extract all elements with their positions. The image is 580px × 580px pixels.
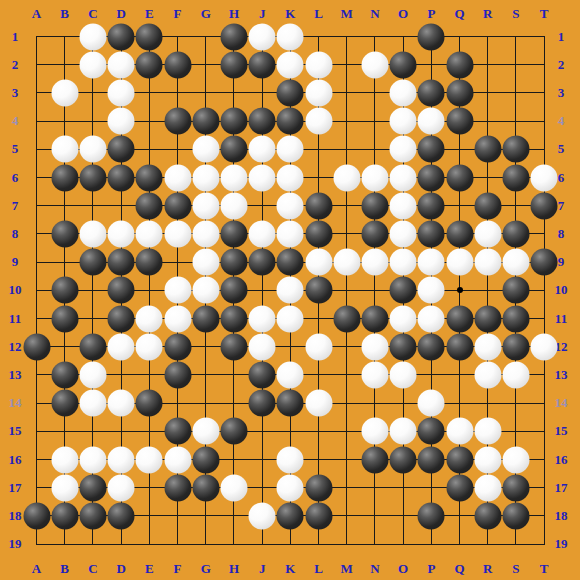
coord-label-top: M	[341, 6, 353, 22]
stone-black-h10[interactable]	[220, 277, 247, 304]
stone-black-d11[interactable]	[108, 305, 135, 332]
coord-label-bottom: S	[512, 561, 519, 577]
stone-black-b11[interactable]	[51, 305, 78, 332]
coord-label-left: 12	[9, 339, 22, 355]
stone-white-d14[interactable]	[108, 390, 135, 417]
stone-white-d4[interactable]	[108, 108, 135, 135]
stone-black-s17[interactable]	[502, 474, 529, 501]
stone-black-n11[interactable]	[361, 305, 388, 332]
coord-label-right: 5	[558, 141, 565, 157]
stone-white-h6[interactable]	[220, 164, 247, 191]
stone-black-e2[interactable]	[136, 51, 163, 78]
stone-white-o8[interactable]	[390, 220, 417, 247]
stone-black-h12[interactable]	[220, 333, 247, 360]
stone-black-a18[interactable]	[23, 502, 50, 529]
stone-black-q12[interactable]	[446, 333, 473, 360]
stone-white-l4[interactable]	[305, 108, 332, 135]
coord-label-right: 18	[555, 508, 568, 524]
stone-white-n13[interactable]	[361, 361, 388, 388]
stone-black-k14[interactable]	[277, 390, 304, 417]
stone-white-g5[interactable]	[192, 136, 219, 163]
stone-black-p5[interactable]	[418, 136, 445, 163]
stone-white-n9[interactable]	[361, 249, 388, 276]
stone-black-e14[interactable]	[136, 390, 163, 417]
stone-white-j11[interactable]	[249, 305, 276, 332]
coord-label-bottom: R	[483, 561, 492, 577]
coord-label-right: 4	[558, 113, 565, 129]
coord-label-bottom: P	[427, 561, 435, 577]
stone-black-r11[interactable]	[474, 305, 501, 332]
stone-black-c18[interactable]	[79, 502, 106, 529]
coord-label-left: 15	[9, 423, 22, 439]
stone-white-n12[interactable]	[361, 333, 388, 360]
coord-label-right: 9	[558, 254, 565, 270]
stone-white-o13[interactable]	[390, 361, 417, 388]
stone-black-f7[interactable]	[164, 192, 191, 219]
stone-black-f4[interactable]	[164, 108, 191, 135]
stone-white-r12[interactable]	[474, 333, 501, 360]
coord-label-bottom: H	[229, 561, 239, 577]
stone-white-p4[interactable]	[418, 108, 445, 135]
stone-black-b10[interactable]	[51, 277, 78, 304]
stone-black-d18[interactable]	[108, 502, 135, 529]
stone-white-e11[interactable]	[136, 305, 163, 332]
stone-black-n7[interactable]	[361, 192, 388, 219]
coord-label-left: 3	[12, 85, 19, 101]
stone-white-r13[interactable]	[474, 361, 501, 388]
stone-white-k8[interactable]	[277, 220, 304, 247]
stone-white-k10[interactable]	[277, 277, 304, 304]
stone-black-o2[interactable]	[390, 51, 417, 78]
coord-label-top: F	[174, 6, 182, 22]
stone-black-s6[interactable]	[502, 164, 529, 191]
coord-label-top: G	[201, 6, 211, 22]
stone-white-c8[interactable]	[79, 220, 106, 247]
stone-black-o10[interactable]	[390, 277, 417, 304]
stone-black-s11[interactable]	[502, 305, 529, 332]
coord-label-top: P	[427, 6, 435, 22]
stone-black-l17[interactable]	[305, 474, 332, 501]
stone-white-f16[interactable]	[164, 446, 191, 473]
coord-label-top: K	[285, 6, 295, 22]
stone-black-p16[interactable]	[418, 446, 445, 473]
stone-black-h2[interactable]	[220, 51, 247, 78]
stone-black-o16[interactable]	[390, 446, 417, 473]
coord-label-left: 19	[9, 536, 22, 552]
coord-label-bottom: E	[145, 561, 154, 577]
stone-white-g6[interactable]	[192, 164, 219, 191]
stone-black-q3[interactable]	[446, 79, 473, 106]
stone-black-h8[interactable]	[220, 220, 247, 247]
stone-white-m6[interactable]	[333, 164, 360, 191]
coord-label-top: D	[116, 6, 125, 22]
stone-white-g7[interactable]	[192, 192, 219, 219]
stone-white-k13[interactable]	[277, 361, 304, 388]
coord-label-left: 13	[9, 367, 22, 383]
stone-white-l2[interactable]	[305, 51, 332, 78]
stone-black-h4[interactable]	[220, 108, 247, 135]
stone-black-j14[interactable]	[249, 390, 276, 417]
stone-white-c5[interactable]	[79, 136, 106, 163]
stone-white-k5[interactable]	[277, 136, 304, 163]
stone-white-t12[interactable]	[531, 333, 558, 360]
stone-black-e9[interactable]	[136, 249, 163, 276]
stone-white-p11[interactable]	[418, 305, 445, 332]
stone-white-f10[interactable]	[164, 277, 191, 304]
stone-white-h7[interactable]	[220, 192, 247, 219]
stone-black-t7[interactable]	[531, 192, 558, 219]
stone-white-j18[interactable]	[249, 502, 276, 529]
stone-white-q15[interactable]	[446, 418, 473, 445]
coord-label-top: N	[370, 6, 379, 22]
stone-black-b13[interactable]	[51, 361, 78, 388]
stone-black-q8[interactable]	[446, 220, 473, 247]
stone-black-a12[interactable]	[23, 333, 50, 360]
stone-white-t6[interactable]	[531, 164, 558, 191]
coord-label-left: 6	[12, 170, 19, 186]
stone-white-b17[interactable]	[51, 474, 78, 501]
stone-white-o5[interactable]	[390, 136, 417, 163]
stone-white-k6[interactable]	[277, 164, 304, 191]
stone-black-g4[interactable]	[192, 108, 219, 135]
stone-black-c12[interactable]	[79, 333, 106, 360]
stone-black-l8[interactable]	[305, 220, 332, 247]
stone-white-o4[interactable]	[390, 108, 417, 135]
stone-white-p10[interactable]	[418, 277, 445, 304]
coord-label-right: 6	[558, 170, 565, 186]
coord-label-top: R	[483, 6, 492, 22]
coord-label-bottom: J	[259, 561, 266, 577]
stone-black-h15[interactable]	[220, 418, 247, 445]
stone-black-j4[interactable]	[249, 108, 276, 135]
stone-white-o11[interactable]	[390, 305, 417, 332]
stone-black-p1[interactable]	[418, 23, 445, 50]
stone-black-q4[interactable]	[446, 108, 473, 135]
stone-white-j6[interactable]	[249, 164, 276, 191]
stone-white-d17[interactable]	[108, 474, 135, 501]
stone-white-c13[interactable]	[79, 361, 106, 388]
stone-white-g15[interactable]	[192, 418, 219, 445]
stone-black-o12[interactable]	[390, 333, 417, 360]
coord-label-left: 9	[12, 254, 19, 270]
stone-white-k11[interactable]	[277, 305, 304, 332]
stone-black-d5[interactable]	[108, 136, 135, 163]
stone-black-h11[interactable]	[220, 305, 247, 332]
coord-label-bottom: C	[88, 561, 97, 577]
stone-white-p9[interactable]	[418, 249, 445, 276]
stone-black-d9[interactable]	[108, 249, 135, 276]
coord-label-top: S	[512, 6, 519, 22]
coord-label-top: J	[259, 6, 266, 22]
stone-white-n6[interactable]	[361, 164, 388, 191]
stone-white-k1[interactable]	[277, 23, 304, 50]
stone-white-g10[interactable]	[192, 277, 219, 304]
stone-black-l7[interactable]	[305, 192, 332, 219]
coord-label-top: C	[88, 6, 97, 22]
stone-black-f17[interactable]	[164, 474, 191, 501]
grid-line-horizontal	[36, 544, 545, 545]
stone-black-s18[interactable]	[502, 502, 529, 529]
stone-black-m11[interactable]	[333, 305, 360, 332]
stone-black-p15[interactable]	[418, 418, 445, 445]
stone-white-h17[interactable]	[220, 474, 247, 501]
stone-white-k2[interactable]	[277, 51, 304, 78]
coord-label-bottom: B	[60, 561, 69, 577]
stone-white-n15[interactable]	[361, 418, 388, 445]
stone-black-e7[interactable]	[136, 192, 163, 219]
stone-black-f12[interactable]	[164, 333, 191, 360]
stone-black-l18[interactable]	[305, 502, 332, 529]
stone-white-r15[interactable]	[474, 418, 501, 445]
stone-black-n8[interactable]	[361, 220, 388, 247]
stone-black-j13[interactable]	[249, 361, 276, 388]
stone-white-s16[interactable]	[502, 446, 529, 473]
stone-white-s13[interactable]	[502, 361, 529, 388]
coord-label-right: 1	[558, 29, 565, 45]
stone-white-n2[interactable]	[361, 51, 388, 78]
coord-label-right: 3	[558, 85, 565, 101]
stone-white-r9[interactable]	[474, 249, 501, 276]
coord-label-right: 15	[555, 423, 568, 439]
stone-white-j12[interactable]	[249, 333, 276, 360]
stone-white-k7[interactable]	[277, 192, 304, 219]
stone-white-j8[interactable]	[249, 220, 276, 247]
coord-label-left: 2	[12, 57, 19, 73]
stone-white-l12[interactable]	[305, 333, 332, 360]
coord-label-bottom: N	[370, 561, 379, 577]
coord-label-left: 14	[9, 395, 22, 411]
coord-label-top: B	[60, 6, 69, 22]
stone-white-c2[interactable]	[79, 51, 106, 78]
stone-white-l3[interactable]	[305, 79, 332, 106]
stone-black-f13[interactable]	[164, 361, 191, 388]
coord-label-top: A	[32, 6, 41, 22]
stone-white-d16[interactable]	[108, 446, 135, 473]
coord-label-left: 4	[12, 113, 19, 129]
coord-label-right: 14	[555, 395, 568, 411]
stone-white-j1[interactable]	[249, 23, 276, 50]
stone-white-m9[interactable]	[333, 249, 360, 276]
stone-black-q2[interactable]	[446, 51, 473, 78]
stone-white-c14[interactable]	[79, 390, 106, 417]
stone-black-k18[interactable]	[277, 502, 304, 529]
stone-black-s5[interactable]	[502, 136, 529, 163]
stone-black-d10[interactable]	[108, 277, 135, 304]
stone-white-d2[interactable]	[108, 51, 135, 78]
coord-label-bottom: G	[201, 561, 211, 577]
stone-white-o6[interactable]	[390, 164, 417, 191]
coord-label-top: H	[229, 6, 239, 22]
coord-label-right: 8	[558, 226, 565, 242]
stone-black-c9[interactable]	[79, 249, 106, 276]
stone-black-b14[interactable]	[51, 390, 78, 417]
coord-label-bottom: K	[285, 561, 295, 577]
stone-black-p3[interactable]	[418, 79, 445, 106]
coord-label-top: L	[314, 6, 323, 22]
coord-label-top: Q	[455, 6, 465, 22]
stone-black-d6[interactable]	[108, 164, 135, 191]
stone-black-e6[interactable]	[136, 164, 163, 191]
stone-black-b6[interactable]	[51, 164, 78, 191]
coord-label-right: 11	[555, 311, 567, 327]
grid-line-vertical	[346, 36, 347, 545]
stone-white-r16[interactable]	[474, 446, 501, 473]
stone-black-k3[interactable]	[277, 79, 304, 106]
stone-white-f6[interactable]	[164, 164, 191, 191]
coord-label-top: E	[145, 6, 154, 22]
star-point-q10	[457, 287, 463, 293]
stone-white-d8[interactable]	[108, 220, 135, 247]
stone-white-r17[interactable]	[474, 474, 501, 501]
stone-black-q16[interactable]	[446, 446, 473, 473]
stone-black-p6[interactable]	[418, 164, 445, 191]
stone-white-f8[interactable]	[164, 220, 191, 247]
stone-white-o7[interactable]	[390, 192, 417, 219]
stone-black-p7[interactable]	[418, 192, 445, 219]
stone-white-e16[interactable]	[136, 446, 163, 473]
stone-white-d3[interactable]	[108, 79, 135, 106]
stone-white-p14[interactable]	[418, 390, 445, 417]
coord-label-right: 13	[555, 367, 568, 383]
stone-white-o9[interactable]	[390, 249, 417, 276]
coord-label-right: 19	[555, 536, 568, 552]
coord-label-left: 8	[12, 226, 19, 242]
stone-black-g16[interactable]	[192, 446, 219, 473]
stone-black-s8[interactable]	[502, 220, 529, 247]
stone-black-l10[interactable]	[305, 277, 332, 304]
stone-white-k16[interactable]	[277, 446, 304, 473]
coord-label-bottom: A	[32, 561, 41, 577]
stone-white-b16[interactable]	[51, 446, 78, 473]
stone-black-f2[interactable]	[164, 51, 191, 78]
stone-black-g17[interactable]	[192, 474, 219, 501]
stone-black-j9[interactable]	[249, 249, 276, 276]
stone-white-g9[interactable]	[192, 249, 219, 276]
stone-black-b8[interactable]	[51, 220, 78, 247]
coord-label-bottom: L	[314, 561, 323, 577]
stone-white-o3[interactable]	[390, 79, 417, 106]
coord-label-left: 5	[12, 141, 19, 157]
coord-label-bottom: M	[341, 561, 353, 577]
stone-black-r18[interactable]	[474, 502, 501, 529]
coord-label-left: 7	[12, 198, 19, 214]
stone-black-k4[interactable]	[277, 108, 304, 135]
stone-black-h9[interactable]	[220, 249, 247, 276]
stone-black-q6[interactable]	[446, 164, 473, 191]
stone-black-g11[interactable]	[192, 305, 219, 332]
stone-black-p18[interactable]	[418, 502, 445, 529]
stone-black-d1[interactable]	[108, 23, 135, 50]
stone-white-b5[interactable]	[51, 136, 78, 163]
stone-white-b3[interactable]	[51, 79, 78, 106]
coord-label-bottom: D	[116, 561, 125, 577]
stone-black-s10[interactable]	[502, 277, 529, 304]
stone-white-g8[interactable]	[192, 220, 219, 247]
coord-label-bottom: O	[398, 561, 408, 577]
stone-black-q11[interactable]	[446, 305, 473, 332]
stone-white-e8[interactable]	[136, 220, 163, 247]
stone-black-h1[interactable]	[220, 23, 247, 50]
coord-label-left: 17	[9, 480, 22, 496]
stone-black-b18[interactable]	[51, 502, 78, 529]
stone-white-e12[interactable]	[136, 333, 163, 360]
stone-white-d12[interactable]	[108, 333, 135, 360]
stone-black-c6[interactable]	[79, 164, 106, 191]
coord-label-bottom: Q	[455, 561, 465, 577]
coord-label-right: 10	[555, 282, 568, 298]
stone-black-f15[interactable]	[164, 418, 191, 445]
stone-black-r5[interactable]	[474, 136, 501, 163]
stone-white-r8[interactable]	[474, 220, 501, 247]
coord-label-top: O	[398, 6, 408, 22]
stone-white-c16[interactable]	[79, 446, 106, 473]
stone-white-j5[interactable]	[249, 136, 276, 163]
stone-black-c17[interactable]	[79, 474, 106, 501]
stone-white-k17[interactable]	[277, 474, 304, 501]
stone-black-j2[interactable]	[249, 51, 276, 78]
stone-white-q9[interactable]	[446, 249, 473, 276]
coord-label-bottom: F	[174, 561, 182, 577]
stone-black-e1[interactable]	[136, 23, 163, 50]
coord-label-left: 10	[9, 282, 22, 298]
coord-label-bottom: T	[540, 561, 549, 577]
stone-black-p8[interactable]	[418, 220, 445, 247]
stone-white-s9[interactable]	[502, 249, 529, 276]
go-board[interactable]: AABBCCDDEEFFGGHHJJKKLLMMNNOOPPQQRRSSTT11…	[0, 0, 580, 580]
stone-white-f11[interactable]	[164, 305, 191, 332]
stone-white-l14[interactable]	[305, 390, 332, 417]
stone-black-p12[interactable]	[418, 333, 445, 360]
coord-label-left: 18	[9, 508, 22, 524]
stone-black-s12[interactable]	[502, 333, 529, 360]
coord-label-left: 1	[12, 29, 19, 45]
stone-black-r7[interactable]	[474, 192, 501, 219]
coord-label-left: 11	[9, 311, 21, 327]
stone-white-l9[interactable]	[305, 249, 332, 276]
stone-black-n16[interactable]	[361, 446, 388, 473]
stone-black-t9[interactable]	[531, 249, 558, 276]
coord-label-right: 17	[555, 480, 568, 496]
coord-label-right: 7	[558, 198, 565, 214]
grid-line-vertical	[544, 36, 545, 545]
stone-black-h5[interactable]	[220, 136, 247, 163]
coord-label-right: 2	[558, 57, 565, 73]
stone-white-o15[interactable]	[390, 418, 417, 445]
coord-label-top: T	[540, 6, 549, 22]
stone-black-q17[interactable]	[446, 474, 473, 501]
stone-white-c1[interactable]	[79, 23, 106, 50]
coord-label-right: 16	[555, 452, 568, 468]
stone-black-k9[interactable]	[277, 249, 304, 276]
coord-label-left: 16	[9, 452, 22, 468]
